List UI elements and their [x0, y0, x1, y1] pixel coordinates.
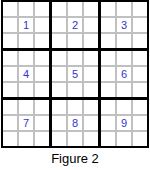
- sudoku-cell-r2c5: 2: [68, 18, 82, 32]
- sudoku-cell-r5c3: [35, 67, 49, 81]
- sudoku-cell-r9c5: [68, 132, 82, 146]
- sudoku-cell-r2c4: [52, 18, 66, 32]
- sudoku-cell-r8c4: [52, 116, 66, 130]
- sudoku-cell-r4c9: [133, 51, 147, 65]
- sudoku-cell-r6c2: [19, 83, 33, 97]
- sudoku-board: 123456789: [1, 0, 149, 148]
- sudoku-cell-r6c1: [3, 83, 17, 97]
- sudoku-cell-r3c3: [35, 34, 49, 48]
- sudoku-cell-r3c6: [84, 34, 98, 48]
- sudoku-cell-r3c9: [133, 34, 147, 48]
- sudoku-cell-r2c6: [84, 18, 98, 32]
- sudoku-cell-r9c2: [19, 132, 33, 146]
- sudoku-cell-r8c6: [84, 116, 98, 130]
- sudoku-box: 2: [52, 2, 98, 48]
- sudoku-cell-r1c7: [101, 2, 115, 16]
- sudoku-cell-r8c9: [133, 116, 147, 130]
- sudoku-cell-r2c1: [3, 18, 17, 32]
- sudoku-cell-r5c8: 6: [117, 67, 131, 81]
- sudoku-cell-r6c4: [52, 83, 66, 97]
- sudoku-cell-r7c5: [68, 100, 82, 114]
- sudoku-cell-r2c8: 3: [117, 18, 131, 32]
- sudoku-box: 4: [3, 51, 49, 97]
- sudoku-cell-r7c2: [19, 100, 33, 114]
- sudoku-cell-r4c6: [84, 51, 98, 65]
- sudoku-cell-r1c9: [133, 2, 147, 16]
- sudoku-cell-r5c1: [3, 67, 17, 81]
- sudoku-cell-r8c5: 8: [68, 116, 82, 130]
- sudoku-cell-r4c2: [19, 51, 33, 65]
- sudoku-cell-r3c4: [52, 34, 66, 48]
- sudoku-cell-r5c6: [84, 67, 98, 81]
- sudoku-cell-r1c8: [117, 2, 131, 16]
- sudoku-cell-r4c7: [101, 51, 115, 65]
- sudoku-cell-r6c3: [35, 83, 49, 97]
- sudoku-cell-r6c5: [68, 83, 82, 97]
- sudoku-cell-r5c2: 4: [19, 67, 33, 81]
- sudoku-cell-r9c1: [3, 132, 17, 146]
- sudoku-cell-r1c3: [35, 2, 49, 16]
- sudoku-cell-r4c5: [68, 51, 82, 65]
- sudoku-cell-r7c8: [117, 100, 131, 114]
- sudoku-cell-r1c1: [3, 2, 17, 16]
- sudoku-cell-r8c8: 9: [117, 116, 131, 130]
- sudoku-box: 5: [52, 51, 98, 97]
- sudoku-cell-r6c7: [101, 83, 115, 97]
- sudoku-box: 7: [3, 100, 49, 146]
- sudoku-cell-r2c7: [101, 18, 115, 32]
- sudoku-cell-r5c7: [101, 67, 115, 81]
- sudoku-cell-r7c4: [52, 100, 66, 114]
- sudoku-cell-r1c5: [68, 2, 82, 16]
- figure-caption: Figure 2: [0, 151, 150, 166]
- sudoku-box: 3: [101, 2, 147, 48]
- sudoku-cell-r9c3: [35, 132, 49, 146]
- sudoku-cell-r5c4: [52, 67, 66, 81]
- sudoku-figure: 123456789 Figure 2: [0, 0, 150, 166]
- sudoku-cell-r8c7: [101, 116, 115, 130]
- sudoku-cell-r9c9: [133, 132, 147, 146]
- sudoku-cell-r3c7: [101, 34, 115, 48]
- sudoku-cell-r3c1: [3, 34, 17, 48]
- sudoku-cell-r7c7: [101, 100, 115, 114]
- sudoku-cell-r4c1: [3, 51, 17, 65]
- sudoku-cell-r8c2: 7: [19, 116, 33, 130]
- sudoku-cell-r1c6: [84, 2, 98, 16]
- sudoku-cell-r4c8: [117, 51, 131, 65]
- sudoku-cell-r5c9: [133, 67, 147, 81]
- sudoku-cell-r8c3: [35, 116, 49, 130]
- sudoku-cell-r9c4: [52, 132, 66, 146]
- sudoku-cell-r6c8: [117, 83, 131, 97]
- sudoku-cell-r7c1: [3, 100, 17, 114]
- sudoku-cell-r2c3: [35, 18, 49, 32]
- sudoku-cell-r3c2: [19, 34, 33, 48]
- sudoku-box: 9: [101, 100, 147, 146]
- sudoku-cell-r7c6: [84, 100, 98, 114]
- sudoku-cell-r8c1: [3, 116, 17, 130]
- sudoku-cell-r4c3: [35, 51, 49, 65]
- sudoku-cell-r1c4: [52, 2, 66, 16]
- sudoku-box: 1: [3, 2, 49, 48]
- sudoku-box: 8: [52, 100, 98, 146]
- sudoku-cell-r1c2: [19, 2, 33, 16]
- sudoku-cell-r7c9: [133, 100, 147, 114]
- sudoku-cell-r3c5: [68, 34, 82, 48]
- sudoku-cell-r5c5: 5: [68, 67, 82, 81]
- sudoku-cell-r3c8: [117, 34, 131, 48]
- sudoku-cell-r2c2: 1: [19, 18, 33, 32]
- sudoku-cell-r7c3: [35, 100, 49, 114]
- sudoku-cell-r6c9: [133, 83, 147, 97]
- sudoku-cell-r2c9: [133, 18, 147, 32]
- sudoku-cell-r6c6: [84, 83, 98, 97]
- sudoku-cell-r9c7: [101, 132, 115, 146]
- sudoku-cell-r4c4: [52, 51, 66, 65]
- sudoku-cell-r9c8: [117, 132, 131, 146]
- sudoku-box: 6: [101, 51, 147, 97]
- sudoku-cell-r9c6: [84, 132, 98, 146]
